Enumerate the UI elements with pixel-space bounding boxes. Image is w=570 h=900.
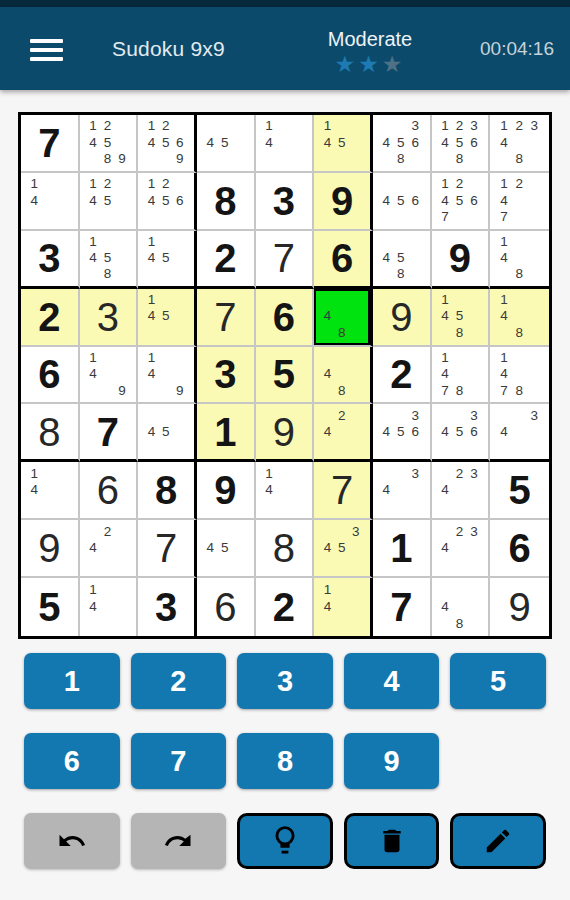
- cell-r5c8[interactable]: 1478: [432, 347, 491, 405]
- note-digit: 1: [438, 118, 453, 134]
- note-digit: 4: [438, 540, 453, 556]
- cell-r6c7[interactable]: 3456: [373, 404, 432, 462]
- note-digit: 8: [335, 382, 349, 398]
- cell-r2c2[interactable]: 1245: [80, 173, 139, 231]
- difficulty-stars: ★★★: [308, 51, 432, 77]
- note-digit: 1: [262, 465, 277, 481]
- note-digit: 4: [27, 482, 42, 498]
- cell-r6c5[interactable]: 9: [256, 404, 315, 462]
- cell-r9c6[interactable]: 14: [314, 578, 373, 636]
- pencil-marks: 145: [138, 231, 194, 286]
- note-digit: 2: [452, 523, 467, 539]
- cell-r1c5[interactable]: 14: [256, 115, 315, 173]
- pencil-marks: 48: [314, 347, 370, 403]
- cell-r1c8[interactable]: 1234568: [432, 115, 491, 173]
- given-digit: 6: [38, 354, 60, 394]
- note-digit: 4: [496, 250, 511, 266]
- note-digit: 2: [452, 118, 467, 134]
- note-digit: 4: [496, 366, 511, 382]
- pencil-marks: 14: [314, 578, 370, 636]
- note-digit: 5: [100, 134, 115, 150]
- note-digit: 1: [438, 292, 453, 308]
- pencil-marks: 34: [490, 404, 549, 459]
- cell-r4c2[interactable]: 3: [80, 289, 139, 347]
- control-panel: 1 2 3 4 5 6 7 8 9: [24, 653, 546, 869]
- note-digit: 1: [496, 292, 511, 308]
- note-digit: 8: [452, 382, 467, 398]
- note-digit: 7: [438, 382, 453, 398]
- pencil-marks: 12456: [138, 173, 194, 229]
- note-digit: 8: [512, 382, 527, 398]
- given-digit: 2: [38, 297, 60, 337]
- given-digit: 9: [449, 238, 471, 278]
- entered-digit: 9: [509, 587, 531, 627]
- cell-r8c3[interactable]: 7: [138, 520, 197, 578]
- note-digit: 4: [438, 366, 453, 382]
- cell-r3c4[interactable]: 2: [197, 231, 256, 289]
- note-digit: 4: [144, 192, 158, 208]
- cell-r1c1[interactable]: 7: [21, 115, 80, 173]
- note-digit: 2: [512, 176, 527, 192]
- given-digit: 6: [331, 238, 353, 278]
- note-digit: 4: [86, 598, 101, 615]
- cell-r1c2[interactable]: 124589: [80, 115, 139, 173]
- cell-r4c8[interactable]: 1458: [432, 289, 491, 347]
- given-digit: 2: [273, 587, 295, 627]
- pencil-marks: 3456: [373, 404, 430, 459]
- note-digit: 3: [408, 118, 423, 134]
- note-digit: 4: [379, 482, 394, 498]
- cell-r6c2[interactable]: 7: [80, 404, 139, 462]
- note-digit: 8: [335, 324, 349, 340]
- note-digit: 5: [335, 134, 349, 150]
- given-digit: 6: [273, 297, 295, 337]
- note-digit: 4: [320, 598, 334, 615]
- entered-digit: 9: [390, 297, 412, 337]
- note-digit: 4: [320, 134, 334, 150]
- note-digit: 5: [394, 192, 409, 208]
- note-digit: 1: [320, 581, 334, 598]
- note-digit: 4: [86, 250, 101, 266]
- note-digit: 8: [452, 324, 467, 340]
- key-1[interactable]: 1: [24, 653, 120, 709]
- note-digit: 4: [262, 482, 277, 498]
- pencil-marks: 1478: [490, 347, 549, 403]
- pencil-marks: 145: [314, 115, 370, 171]
- note-digit: 9: [173, 382, 187, 398]
- cell-r2c3[interactable]: 12456: [138, 173, 197, 231]
- note-digit: 2: [335, 407, 349, 423]
- cell-r9c1[interactable]: 5: [21, 578, 80, 636]
- note-digit: 1: [144, 350, 158, 366]
- keypad-row-1: 1 2 3 4 5: [24, 653, 546, 709]
- note-digit: 4: [496, 423, 511, 439]
- note-digit: 3: [467, 118, 482, 134]
- cell-r3c7[interactable]: 458: [373, 231, 432, 289]
- note-digit: 1: [86, 176, 101, 192]
- note-digit: 1: [496, 234, 511, 250]
- given-digit: 9: [214, 470, 236, 510]
- star-icon: ★: [382, 51, 406, 77]
- status-bar: [0, 0, 570, 7]
- note-digit: 7: [438, 208, 453, 224]
- note-digit: 3: [467, 465, 482, 481]
- cell-r8c8[interactable]: 234: [432, 520, 491, 578]
- note-digit: 1: [262, 118, 277, 134]
- given-digit: 5: [509, 470, 531, 510]
- note-digit: 4: [144, 308, 158, 324]
- cell-r7c7[interactable]: 34: [373, 462, 432, 520]
- cell-r5c2[interactable]: 149: [80, 347, 139, 405]
- given-digit: 8: [155, 470, 177, 510]
- pencil-marks: 1247: [490, 173, 549, 229]
- note-digit: 8: [100, 266, 115, 282]
- entered-digit: 6: [214, 587, 236, 627]
- pencil-marks: 45: [197, 115, 254, 171]
- key-7[interactable]: 7: [131, 733, 227, 789]
- note-digit: 1: [438, 350, 453, 366]
- note-digit: 8: [452, 615, 467, 632]
- cell-r3c9[interactable]: 148: [490, 231, 549, 289]
- cell-r7c2[interactable]: 6: [80, 462, 139, 520]
- note-digit: 5: [394, 250, 409, 266]
- pencil-button[interactable]: [450, 813, 546, 869]
- cell-r5c7[interactable]: 2: [373, 347, 432, 405]
- given-digit: 7: [390, 587, 412, 627]
- cell-r7c9[interactable]: 5: [490, 462, 549, 520]
- given-digit: 1: [390, 528, 412, 568]
- cell-r8c9[interactable]: 6: [490, 520, 549, 578]
- redo-arrow-icon: [160, 826, 196, 856]
- note-digit: 2: [100, 118, 115, 134]
- pencil-marks: 24: [80, 520, 137, 576]
- star-icon: ★: [335, 51, 359, 77]
- key-9[interactable]: 9: [344, 733, 440, 789]
- note-digit: 4: [262, 134, 277, 150]
- hint-button[interactable]: [237, 813, 333, 869]
- cell-r4c7[interactable]: 9: [373, 289, 432, 347]
- note-digit: 4: [496, 134, 511, 150]
- cell-r3c3[interactable]: 145: [138, 231, 197, 289]
- note-digit: 5: [452, 192, 467, 208]
- entered-digit: 7: [331, 470, 353, 510]
- star-icon: ★: [358, 51, 382, 77]
- trash-icon: [377, 826, 407, 856]
- note-digit: 8: [452, 151, 467, 167]
- cell-r3c1[interactable]: 3: [21, 231, 80, 289]
- redo-button[interactable]: [131, 813, 227, 869]
- given-digit: 7: [97, 412, 119, 452]
- note-digit: 4: [320, 308, 334, 324]
- given-digit: 3: [273, 181, 295, 221]
- key-5[interactable]: 5: [450, 653, 546, 709]
- note-digit: 4: [144, 423, 158, 439]
- cell-r5c9[interactable]: 1478: [490, 347, 549, 405]
- erase-button[interactable]: [344, 813, 440, 869]
- note-digit: 4: [496, 308, 511, 324]
- note-digit: 9: [115, 151, 130, 167]
- note-digit: 4: [320, 540, 334, 556]
- note-digit: 3: [527, 407, 542, 423]
- page-title: Sudoku 9x9: [112, 37, 225, 61]
- pencil-marks: 1245: [80, 173, 137, 229]
- note-digit: 4: [438, 192, 453, 208]
- note-digit: 8: [512, 324, 527, 340]
- pencil-marks: 34: [373, 462, 430, 518]
- cell-r3c5[interactable]: 7: [256, 231, 315, 289]
- pencil-marks: 1234568: [432, 115, 489, 171]
- cell-r5c3[interactable]: 149: [138, 347, 197, 405]
- note-digit: 6: [408, 192, 423, 208]
- note-digit: 6: [408, 423, 423, 439]
- note-digit: 5: [452, 134, 467, 150]
- note-digit: 5: [159, 308, 173, 324]
- note-digit: 8: [512, 266, 527, 282]
- cell-r2c6[interactable]: 9: [314, 173, 373, 231]
- entered-digit: 8: [38, 412, 60, 452]
- given-digit: 3: [38, 238, 60, 278]
- cell-r9c8[interactable]: 48: [432, 578, 491, 636]
- note-digit: 5: [394, 423, 409, 439]
- cell-r8c1[interactable]: 9: [21, 520, 80, 578]
- game-timer: 00:04:16: [480, 38, 554, 60]
- note-digit: 7: [496, 382, 511, 398]
- note-digit: 8: [394, 151, 409, 167]
- note-digit: 5: [218, 134, 233, 150]
- hamburger-menu-icon[interactable]: [30, 39, 63, 61]
- given-digit: 5: [273, 354, 295, 394]
- note-digit: 1: [496, 176, 511, 192]
- note-digit: 1: [144, 292, 158, 308]
- pencil-marks: 14: [21, 462, 78, 518]
- entered-digit: 7: [214, 297, 236, 337]
- cell-r1c3[interactable]: 124569: [138, 115, 197, 173]
- note-digit: 1: [496, 350, 511, 366]
- cell-r4c6[interactable]: 48: [314, 289, 373, 347]
- entered-digit: 6: [97, 470, 119, 510]
- note-digit: 4: [438, 308, 453, 324]
- note-digit: 8: [512, 151, 527, 167]
- pencil-marks: 45: [197, 520, 254, 576]
- cell-r6c1[interactable]: 8: [21, 404, 80, 462]
- cell-r4c3[interactable]: 145: [138, 289, 197, 347]
- cell-r9c4[interactable]: 6: [197, 578, 256, 636]
- cell-r5c4[interactable]: 3: [197, 347, 256, 405]
- entered-digit: 8: [273, 528, 295, 568]
- key-6[interactable]: 6: [24, 733, 120, 789]
- note-digit: 3: [467, 523, 482, 539]
- note-digit: 1: [496, 118, 511, 134]
- note-digit: 9: [173, 151, 187, 167]
- note-digit: 4: [379, 134, 394, 150]
- key-4[interactable]: 4: [344, 653, 440, 709]
- note-digit: 1: [86, 581, 101, 598]
- cell-r9c3[interactable]: 3: [138, 578, 197, 636]
- undo-arrow-icon: [54, 826, 90, 856]
- note-digit: 4: [203, 134, 218, 150]
- cell-r5c6[interactable]: 48: [314, 347, 373, 405]
- cell-r7c6[interactable]: 7: [314, 462, 373, 520]
- pencil-marks: 14: [21, 173, 78, 229]
- note-digit: 6: [173, 192, 187, 208]
- note-digit: 2: [159, 176, 173, 192]
- cell-r9c5[interactable]: 2: [256, 578, 315, 636]
- pencil-marks: 48: [432, 578, 489, 636]
- cell-r7c1[interactable]: 14: [21, 462, 80, 520]
- note-digit: 2: [159, 118, 173, 134]
- note-digit: 4: [379, 192, 394, 208]
- note-digit: 5: [100, 192, 115, 208]
- cell-r1c9[interactable]: 12348: [490, 115, 549, 173]
- note-digit: 5: [452, 308, 467, 324]
- cell-r1c7[interactable]: 34568: [373, 115, 432, 173]
- cell-r8c2[interactable]: 24: [80, 520, 139, 578]
- pencil-marks: 345: [314, 520, 370, 576]
- cell-r3c6[interactable]: 6: [314, 231, 373, 289]
- note-digit: 5: [452, 423, 467, 439]
- action-bar: [24, 813, 546, 869]
- given-digit: 7: [38, 123, 60, 163]
- cell-r6c4[interactable]: 1: [197, 404, 256, 462]
- note-digit: 1: [86, 118, 101, 134]
- cell-r4c1[interactable]: 2: [21, 289, 80, 347]
- note-digit: 4: [379, 423, 394, 439]
- app-header: Sudoku 9x9 Moderate ★★★ 00:04:16: [0, 7, 570, 90]
- cell-r6c6[interactable]: 24: [314, 404, 373, 462]
- pencil-marks: 234: [432, 520, 489, 576]
- note-digit: 4: [144, 250, 158, 266]
- cell-r7c3[interactable]: 8: [138, 462, 197, 520]
- note-digit: 1: [27, 465, 42, 481]
- note-digit: 6: [467, 423, 482, 439]
- entered-digit: 9: [38, 528, 60, 568]
- cell-r3c8[interactable]: 9: [432, 231, 491, 289]
- given-digit: 3: [155, 587, 177, 627]
- note-digit: 2: [452, 465, 467, 481]
- note-digit: 3: [527, 118, 542, 134]
- cell-r5c1[interactable]: 6: [21, 347, 80, 405]
- pencil-marks: 14: [256, 115, 313, 171]
- cell-r8c5[interactable]: 8: [256, 520, 315, 578]
- given-digit: 6: [509, 528, 531, 568]
- note-digit: 4: [438, 423, 453, 439]
- cell-r2c9[interactable]: 1247: [490, 173, 549, 231]
- cell-r7c5[interactable]: 14: [256, 462, 315, 520]
- note-digit: 6: [173, 134, 187, 150]
- pencil-marks: 149: [80, 347, 137, 403]
- pencil-marks: 124567: [432, 173, 489, 229]
- key-8[interactable]: 8: [237, 733, 333, 789]
- cell-r8c6[interactable]: 345: [314, 520, 373, 578]
- note-digit: 2: [512, 118, 527, 134]
- note-digit: 1: [320, 118, 334, 134]
- cell-r7c4[interactable]: 9: [197, 462, 256, 520]
- note-digit: 3: [408, 465, 423, 481]
- note-digit: 3: [349, 523, 363, 539]
- given-digit: 3: [214, 354, 236, 394]
- difficulty-label: Moderate: [308, 29, 432, 49]
- cell-r6c3[interactable]: 45: [138, 404, 197, 462]
- pencil-marks: 456: [373, 173, 430, 229]
- pencil-marks: 148: [490, 289, 549, 345]
- note-digit: 4: [438, 134, 453, 150]
- note-digit: 5: [159, 423, 173, 439]
- note-digit: 7: [496, 208, 511, 224]
- note-digit: 3: [408, 407, 423, 423]
- entered-digit: 7: [155, 528, 177, 568]
- difficulty-indicator: Moderate ★★★: [308, 29, 432, 77]
- note-digit: 4: [86, 366, 101, 382]
- lightbulb-icon: [269, 824, 301, 858]
- cell-r2c4[interactable]: 8: [197, 173, 256, 231]
- entered-digit: 7: [273, 238, 295, 278]
- cell-r9c7[interactable]: 7: [373, 578, 432, 636]
- given-digit: 9: [331, 181, 353, 221]
- note-digit: 1: [144, 234, 158, 250]
- cell-r9c2[interactable]: 14: [80, 578, 139, 636]
- key-2[interactable]: 2: [131, 653, 227, 709]
- note-digit: 1: [144, 176, 158, 192]
- pencil-marks: 145: [138, 289, 194, 345]
- given-digit: 8: [214, 181, 236, 221]
- cell-r7c8[interactable]: 234: [432, 462, 491, 520]
- cell-r4c5[interactable]: 6: [256, 289, 315, 347]
- pencil-marks: 124569: [138, 115, 194, 171]
- note-digit: 4: [86, 540, 101, 556]
- cell-r1c4[interactable]: 45: [197, 115, 256, 173]
- sudoku-board: 7124589124569451414534568123456812348141…: [18, 112, 552, 639]
- cell-r2c7[interactable]: 456: [373, 173, 432, 231]
- cell-r3c2[interactable]: 1458: [80, 231, 139, 289]
- note-digit: 4: [86, 134, 101, 150]
- note-digit: 2: [100, 176, 115, 192]
- note-digit: 1: [86, 234, 101, 250]
- cell-r2c1[interactable]: 14: [21, 173, 80, 231]
- pencil-marks: 24: [314, 404, 370, 459]
- key-3[interactable]: 3: [237, 653, 333, 709]
- cell-r6c9[interactable]: 34: [490, 404, 549, 462]
- pencil-marks: 34568: [373, 115, 430, 171]
- pencil-marks: 12348: [490, 115, 549, 171]
- undo-button[interactable]: [24, 813, 120, 869]
- note-digit: 3: [467, 407, 482, 423]
- note-digit: 5: [159, 192, 173, 208]
- cell-r6c8[interactable]: 3456: [432, 404, 491, 462]
- pencil-marks: 148: [490, 231, 549, 286]
- cell-r8c4[interactable]: 45: [197, 520, 256, 578]
- cell-r9c9[interactable]: 9: [490, 578, 549, 636]
- note-digit: 4: [438, 598, 453, 615]
- cell-r2c5[interactable]: 3: [256, 173, 315, 231]
- cell-r2c8[interactable]: 124567: [432, 173, 491, 231]
- cell-r4c4[interactable]: 7: [197, 289, 256, 347]
- note-digit: 2: [100, 523, 115, 539]
- pencil-marks: 1478: [432, 347, 489, 403]
- given-digit: 2: [390, 354, 412, 394]
- given-digit: 2: [214, 238, 236, 278]
- cell-r5c5[interactable]: 5: [256, 347, 315, 405]
- note-digit: 8: [394, 266, 409, 282]
- cell-r1c6[interactable]: 145: [314, 115, 373, 173]
- note-digit: 9: [115, 382, 130, 398]
- note-digit: 1: [144, 118, 158, 134]
- pencil-marks: 48: [314, 289, 370, 345]
- cell-r4c9[interactable]: 148: [490, 289, 549, 347]
- given-digit: 5: [38, 587, 60, 627]
- cell-r8c7[interactable]: 1: [373, 520, 432, 578]
- pencil-marks: 45: [138, 404, 194, 459]
- note-digit: 8: [100, 151, 115, 167]
